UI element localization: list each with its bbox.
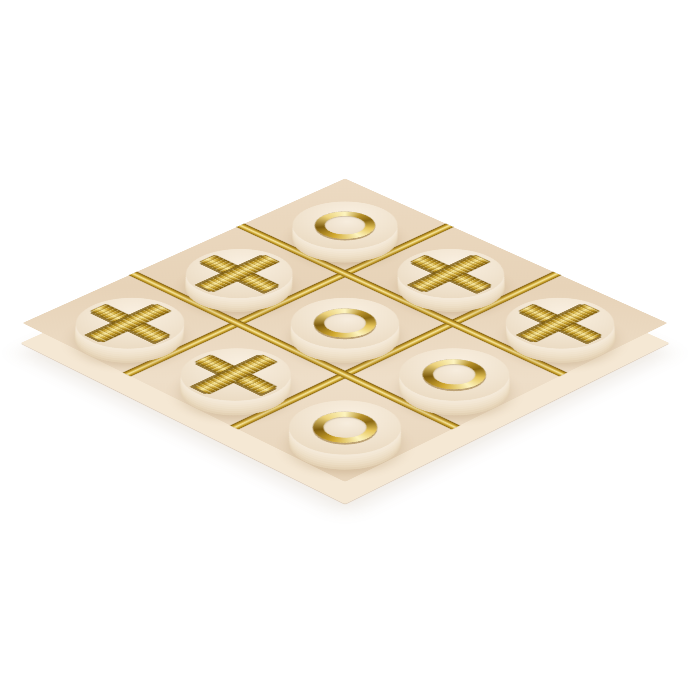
o-ring-icon bbox=[301, 303, 389, 344]
cell-grid bbox=[23, 178, 668, 481]
o-ring-icon bbox=[303, 206, 388, 245]
piece-o[interactable] bbox=[266, 389, 424, 465]
o-ring-icon bbox=[410, 353, 499, 395]
o-ring-icon bbox=[300, 405, 391, 449]
tic-tac-toe-board bbox=[23, 178, 668, 481]
board-scene bbox=[23, 178, 668, 481]
photo-background bbox=[0, 0, 700, 700]
